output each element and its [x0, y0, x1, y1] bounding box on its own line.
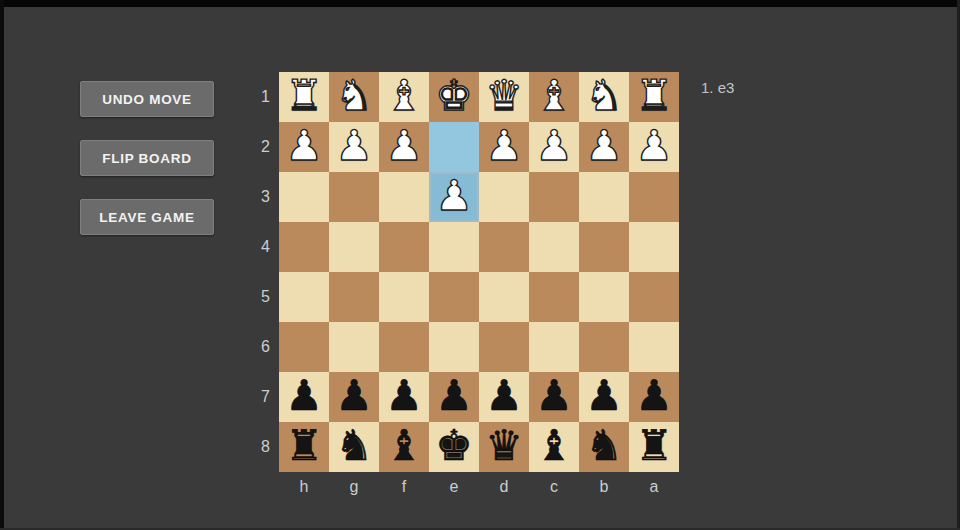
black-pawn: ♟	[435, 375, 473, 417]
square-d6[interactable]	[479, 322, 529, 372]
square-h4[interactable]	[279, 222, 329, 272]
black-queen: ♛	[485, 425, 523, 467]
rank-label-6: 6	[234, 322, 270, 372]
square-h1[interactable]: ♜	[279, 72, 329, 122]
square-c5[interactable]	[529, 272, 579, 322]
white-pawn: ♟	[285, 125, 323, 167]
black-king: ♚	[435, 425, 473, 467]
square-h6[interactable]	[279, 322, 329, 372]
square-f7[interactable]: ♟	[379, 372, 429, 422]
black-pawn: ♟	[385, 375, 423, 417]
square-b1[interactable]: ♞	[579, 72, 629, 122]
file-label-h: h	[279, 475, 329, 499]
flip-board-button[interactable]: FLIP BOARD	[80, 140, 214, 176]
square-b4[interactable]	[579, 222, 629, 272]
square-a2[interactable]: ♟	[629, 122, 679, 172]
square-a4[interactable]	[629, 222, 679, 272]
square-a8[interactable]: ♜	[629, 422, 679, 472]
square-f2[interactable]: ♟	[379, 122, 429, 172]
white-pawn: ♟	[485, 125, 523, 167]
square-f6[interactable]	[379, 322, 429, 372]
left-edge-bar	[0, 0, 4, 530]
leave-game-button[interactable]: LEAVE GAME	[80, 199, 214, 235]
square-d7[interactable]: ♟	[479, 372, 529, 422]
black-pawn: ♟	[535, 375, 573, 417]
square-e3[interactable]: ♟	[429, 172, 479, 222]
square-a1[interactable]: ♜	[629, 72, 679, 122]
move-list: 1. e3	[701, 79, 734, 96]
black-pawn: ♟	[285, 375, 323, 417]
square-e6[interactable]	[429, 322, 479, 372]
square-e5[interactable]	[429, 272, 479, 322]
undo-move-button[interactable]: UNDO MOVE	[80, 81, 214, 117]
white-pawn: ♟	[585, 125, 623, 167]
black-bishop: ♝	[385, 425, 423, 467]
square-b7[interactable]: ♟	[579, 372, 629, 422]
square-g7[interactable]: ♟	[329, 372, 379, 422]
square-a5[interactable]	[629, 272, 679, 322]
file-label-b: b	[579, 475, 629, 499]
square-e8[interactable]: ♚	[429, 422, 479, 472]
square-b8[interactable]: ♞	[579, 422, 629, 472]
white-pawn: ♟	[385, 125, 423, 167]
square-c1[interactable]: ♝	[529, 72, 579, 122]
square-b5[interactable]	[579, 272, 629, 322]
file-label-a: a	[629, 475, 679, 499]
square-d4[interactable]	[479, 222, 529, 272]
square-g3[interactable]	[329, 172, 379, 222]
black-pawn: ♟	[485, 375, 523, 417]
square-h2[interactable]: ♟	[279, 122, 329, 172]
square-e1[interactable]: ♚	[429, 72, 479, 122]
file-label-e: e	[429, 475, 479, 499]
square-c8[interactable]: ♝	[529, 422, 579, 472]
square-h3[interactable]	[279, 172, 329, 222]
file-label-d: d	[479, 475, 529, 499]
square-e2[interactable]	[429, 122, 479, 172]
square-c3[interactable]	[529, 172, 579, 222]
square-a7[interactable]: ♟	[629, 372, 679, 422]
black-rook: ♜	[635, 425, 673, 467]
white-pawn: ♟	[435, 175, 473, 217]
white-knight: ♞	[585, 75, 623, 117]
square-c7[interactable]: ♟	[529, 372, 579, 422]
square-d3[interactable]	[479, 172, 529, 222]
file-label-c: c	[529, 475, 579, 499]
square-d2[interactable]: ♟	[479, 122, 529, 172]
white-pawn: ♟	[635, 125, 673, 167]
square-g4[interactable]	[329, 222, 379, 272]
square-b6[interactable]	[579, 322, 629, 372]
black-pawn: ♟	[335, 375, 373, 417]
rank-label-4: 4	[234, 222, 270, 272]
square-b3[interactable]	[579, 172, 629, 222]
black-knight: ♞	[585, 425, 623, 467]
square-c2[interactable]: ♟	[529, 122, 579, 172]
square-g8[interactable]: ♞	[329, 422, 379, 472]
chess-app-screen: UNDO MOVE FLIP BOARD LEAVE GAME ♜♞♝♚♛♝♞♜…	[0, 0, 960, 530]
square-g2[interactable]: ♟	[329, 122, 379, 172]
black-knight: ♞	[335, 425, 373, 467]
white-knight: ♞	[335, 75, 373, 117]
rank-label-3: 3	[234, 172, 270, 222]
white-pawn: ♟	[335, 125, 373, 167]
square-f1[interactable]: ♝	[379, 72, 429, 122]
square-c6[interactable]	[529, 322, 579, 372]
rank-label-1: 1	[234, 72, 270, 122]
black-pawn: ♟	[635, 375, 673, 417]
file-label-g: g	[329, 475, 379, 499]
white-rook: ♜	[635, 75, 673, 117]
square-g1[interactable]: ♞	[329, 72, 379, 122]
rank-label-8: 8	[234, 422, 270, 472]
rank-label-5: 5	[234, 272, 270, 322]
square-d8[interactable]: ♛	[479, 422, 529, 472]
square-h7[interactable]: ♟	[279, 372, 329, 422]
white-queen: ♛	[485, 75, 523, 117]
square-f3[interactable]	[379, 172, 429, 222]
square-e7[interactable]: ♟	[429, 372, 479, 422]
white-pawn: ♟	[535, 125, 573, 167]
square-c4[interactable]	[529, 222, 579, 272]
square-e4[interactable]	[429, 222, 479, 272]
file-label-f: f	[379, 475, 429, 499]
square-f8[interactable]: ♝	[379, 422, 429, 472]
square-d5[interactable]	[479, 272, 529, 322]
square-g6[interactable]	[329, 322, 379, 372]
square-f5[interactable]	[379, 272, 429, 322]
square-h8[interactable]: ♜	[279, 422, 329, 472]
white-bishop: ♝	[385, 75, 423, 117]
top-edge-bar	[0, 0, 960, 7]
white-bishop: ♝	[535, 75, 573, 117]
black-bishop: ♝	[535, 425, 573, 467]
square-a6[interactable]	[629, 322, 679, 372]
square-a3[interactable]	[629, 172, 679, 222]
white-king: ♚	[435, 75, 473, 117]
square-d1[interactable]: ♛	[479, 72, 529, 122]
white-rook: ♜	[285, 75, 323, 117]
rank-label-7: 7	[234, 372, 270, 422]
chess-board[interactable]: ♜♞♝♚♛♝♞♜♟♟♟♟♟♟♟♟♟♟♟♟♟♟♟♟♜♞♝♚♛♝♞♜	[279, 72, 679, 472]
black-rook: ♜	[285, 425, 323, 467]
square-f4[interactable]	[379, 222, 429, 272]
black-pawn: ♟	[585, 375, 623, 417]
square-h5[interactable]	[279, 272, 329, 322]
square-g5[interactable]	[329, 272, 379, 322]
rank-label-2: 2	[234, 122, 270, 172]
square-b2[interactable]: ♟	[579, 122, 629, 172]
